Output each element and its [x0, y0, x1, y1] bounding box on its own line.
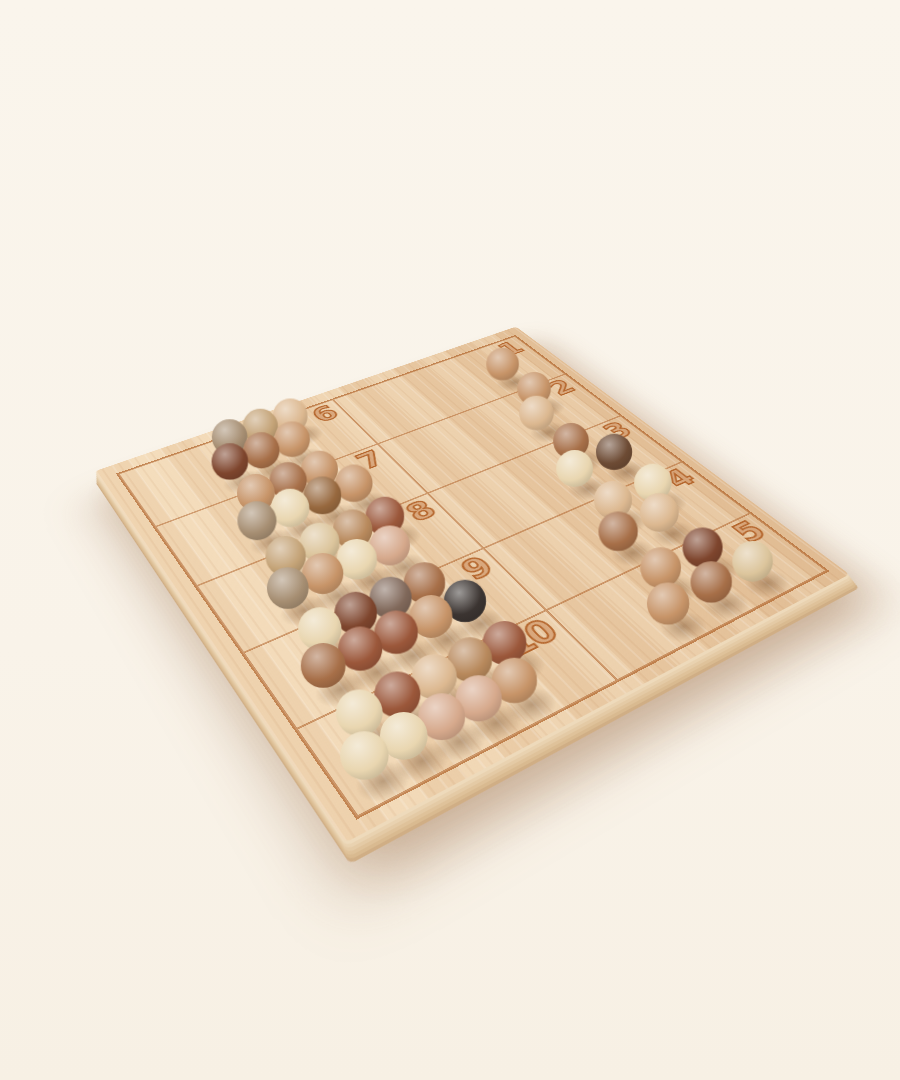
ball-sphere [237, 501, 276, 540]
ball-sphere [732, 541, 773, 582]
ball-sphere [640, 493, 679, 532]
ball-sphere [301, 643, 346, 688]
ball-sphere [691, 561, 732, 602]
ball-sphere [243, 432, 279, 468]
ball-sphere [556, 450, 593, 487]
ball-sphere [336, 689, 383, 736]
ball-sphere [640, 547, 681, 588]
product-photo-stage: 61728394105 [0, 0, 900, 1080]
ball-sphere [647, 582, 689, 624]
wooden-ball[interactable] [589, 528, 644, 564]
ball-sphere [340, 731, 388, 779]
ball-sphere [598, 512, 637, 551]
ball-sphere [486, 348, 519, 381]
ball-sphere [519, 396, 554, 431]
board-grid: 61728394105 [116, 335, 830, 820]
ball-sphere [274, 421, 310, 457]
wooden-ball[interactable] [636, 598, 696, 639]
ball-sphere [212, 443, 249, 480]
ball-sphere [267, 567, 309, 609]
wooden-ball[interactable] [548, 467, 599, 498]
ball-sphere [596, 434, 632, 470]
counting-board: 61728394105 [95, 327, 850, 843]
ball-sphere [271, 489, 309, 527]
